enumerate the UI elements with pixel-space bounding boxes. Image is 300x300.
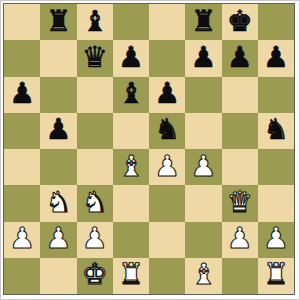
- square-d4[interactable]: ♝: [113, 149, 149, 185]
- square-a1[interactable]: [4, 258, 40, 294]
- square-c8[interactable]: ♝: [77, 4, 113, 40]
- square-e5[interactable]: ♞: [149, 113, 185, 149]
- piece-black-knight: ♞: [154, 115, 180, 144]
- square-f2[interactable]: [185, 222, 221, 258]
- piece-black-queen: ♛: [82, 43, 108, 72]
- square-d7[interactable]: ♟: [113, 40, 149, 76]
- square-c6[interactable]: [77, 77, 113, 113]
- square-b8[interactable]: ♜: [40, 4, 76, 40]
- square-a3[interactable]: [4, 185, 40, 221]
- piece-black-pawn: ♟: [154, 79, 180, 108]
- piece-black-pawn: ♟: [263, 43, 289, 72]
- piece-white-queen: ♛: [227, 188, 253, 217]
- square-g2[interactable]: ♟: [222, 222, 258, 258]
- piece-black-rook: ♜: [45, 7, 71, 36]
- piece-white-rook: ♜: [118, 260, 144, 289]
- square-a2[interactable]: ♟: [4, 222, 40, 258]
- piece-black-pawn: ♟: [227, 43, 253, 72]
- square-d5[interactable]: [113, 113, 149, 149]
- piece-white-bishop: ♝: [190, 260, 216, 289]
- piece-white-knight: ♞: [45, 188, 71, 217]
- square-g8[interactable]: ♚: [222, 4, 258, 40]
- square-f8[interactable]: ♜: [185, 4, 221, 40]
- square-g5[interactable]: [222, 113, 258, 149]
- square-h4[interactable]: [258, 149, 294, 185]
- square-f5[interactable]: [185, 113, 221, 149]
- piece-black-rook: ♜: [190, 7, 216, 36]
- piece-white-rook: ♜: [263, 260, 289, 289]
- piece-white-pawn: ♟: [45, 224, 71, 253]
- square-b4[interactable]: [40, 149, 76, 185]
- square-e2[interactable]: [149, 222, 185, 258]
- square-h2[interactable]: ♟: [258, 222, 294, 258]
- chess-board: ♜♝♜♚♛♟♟♟♟♟♝♟♟♞♞♝♟♟♞♞♛♟♟♟♟♟♚♜♝♜: [3, 3, 295, 295]
- square-f1[interactable]: ♝: [185, 258, 221, 294]
- square-g3[interactable]: ♛: [222, 185, 258, 221]
- square-d8[interactable]: [113, 4, 149, 40]
- square-e8[interactable]: [149, 4, 185, 40]
- square-e3[interactable]: [149, 185, 185, 221]
- square-f4[interactable]: ♟: [185, 149, 221, 185]
- piece-black-pawn: ♟: [190, 43, 216, 72]
- square-g7[interactable]: ♟: [222, 40, 258, 76]
- square-c3[interactable]: ♞: [77, 185, 113, 221]
- piece-black-king: ♚: [227, 7, 253, 36]
- piece-white-knight: ♞: [82, 188, 108, 217]
- screenshot-frame: ♜♝♜♚♛♟♟♟♟♟♝♟♟♞♞♝♟♟♞♞♛♟♟♟♟♟♚♜♝♜: [0, 0, 300, 300]
- square-d3[interactable]: [113, 185, 149, 221]
- square-b3[interactable]: ♞: [40, 185, 76, 221]
- square-d1[interactable]: ♜: [113, 258, 149, 294]
- square-b2[interactable]: ♟: [40, 222, 76, 258]
- square-h6[interactable]: [258, 77, 294, 113]
- piece-white-pawn: ♟: [227, 224, 253, 253]
- square-d6[interactable]: ♝: [113, 77, 149, 113]
- piece-black-knight: ♞: [263, 115, 289, 144]
- piece-white-bishop: ♝: [118, 152, 144, 181]
- square-b7[interactable]: [40, 40, 76, 76]
- square-g1[interactable]: [222, 258, 258, 294]
- square-c2[interactable]: ♟: [77, 222, 113, 258]
- square-g6[interactable]: [222, 77, 258, 113]
- square-d2[interactable]: [113, 222, 149, 258]
- square-b5[interactable]: ♟: [40, 113, 76, 149]
- square-a7[interactable]: [4, 40, 40, 76]
- square-c5[interactable]: [77, 113, 113, 149]
- square-a4[interactable]: [4, 149, 40, 185]
- piece-black-pawn: ♟: [9, 79, 35, 108]
- square-e7[interactable]: [149, 40, 185, 76]
- square-e4[interactable]: ♟: [149, 149, 185, 185]
- square-h7[interactable]: ♟: [258, 40, 294, 76]
- square-e6[interactable]: ♟: [149, 77, 185, 113]
- square-h1[interactable]: ♜: [258, 258, 294, 294]
- square-a5[interactable]: [4, 113, 40, 149]
- square-c4[interactable]: [77, 149, 113, 185]
- piece-white-pawn: ♟: [9, 224, 35, 253]
- piece-white-pawn: ♟: [190, 152, 216, 181]
- square-c1[interactable]: ♚: [77, 258, 113, 294]
- square-f7[interactable]: ♟: [185, 40, 221, 76]
- square-f6[interactable]: [185, 77, 221, 113]
- square-b6[interactable]: [40, 77, 76, 113]
- piece-black-pawn: ♟: [45, 115, 71, 144]
- square-h3[interactable]: [258, 185, 294, 221]
- square-e1[interactable]: [149, 258, 185, 294]
- square-h5[interactable]: ♞: [258, 113, 294, 149]
- square-f3[interactable]: [185, 185, 221, 221]
- square-g4[interactable]: [222, 149, 258, 185]
- piece-white-king: ♚: [82, 260, 108, 289]
- piece-white-pawn: ♟: [82, 224, 108, 253]
- piece-white-pawn: ♟: [154, 152, 180, 181]
- piece-black-bishop: ♝: [82, 7, 108, 36]
- square-h8[interactable]: [258, 4, 294, 40]
- piece-black-pawn: ♟: [118, 43, 144, 72]
- square-a8[interactable]: [4, 4, 40, 40]
- piece-white-pawn: ♟: [263, 224, 289, 253]
- square-a6[interactable]: ♟: [4, 77, 40, 113]
- piece-black-bishop: ♝: [118, 79, 144, 108]
- square-c7[interactable]: ♛: [77, 40, 113, 76]
- square-b1[interactable]: [40, 258, 76, 294]
